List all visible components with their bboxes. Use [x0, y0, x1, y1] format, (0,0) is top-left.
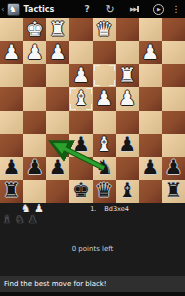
square-d3[interactable] [93, 64, 116, 87]
square-d7[interactable]: ♞ [93, 157, 116, 180]
square-e4[interactable]: ♝ [69, 87, 92, 110]
white-pawn: ♟ [49, 41, 67, 64]
app-title: Tactics [24, 5, 76, 14]
black-queen: ♛ [95, 179, 113, 202]
board-grid: ♚♜♛♟♟♟♟♟♜♝♟♟♟♝♟♟♟♟♞♟♟♜♚♛♝♜ [0, 18, 185, 203]
square-e5[interactable] [69, 111, 92, 134]
white-queen: ♛ [95, 18, 113, 41]
square-b5[interactable] [139, 111, 162, 134]
square-f3[interactable] [46, 64, 69, 87]
prompt-text: Find the best move for black! [0, 280, 107, 288]
lower-panel: ♞♟ ♝♞♟ 1. Bd3xe4 0 points left Find the … [0, 203, 185, 296]
square-b8[interactable] [139, 180, 162, 203]
white-rook: ♜ [118, 64, 136, 87]
white-pawn: ♟ [95, 87, 113, 110]
black-pawn: ♟ [26, 156, 44, 179]
play-icon[interactable]: ▶ [147, 0, 170, 18]
app-icon-piece: ♞ [9, 5, 17, 14]
square-d5[interactable] [93, 111, 116, 134]
last-move-corner-mark [86, 88, 92, 94]
square-g1[interactable]: ♚ [23, 18, 46, 41]
square-g7[interactable]: ♟ [23, 157, 46, 180]
last-move-corner-mark [70, 88, 76, 94]
square-a1[interactable] [162, 18, 185, 41]
move-number: 1. [90, 205, 96, 213]
square-f4[interactable] [46, 87, 69, 110]
captured-black-row: ♝♞♟ [2, 215, 44, 225]
square-a2[interactable] [162, 41, 185, 64]
overflow-menu-icon[interactable]: ⋮ [170, 0, 182, 18]
square-c5[interactable] [116, 111, 139, 134]
square-a5[interactable] [162, 111, 185, 134]
black-knight: ♞ [95, 156, 113, 179]
square-f6[interactable] [46, 134, 69, 157]
top-bar: ‹ ♞ Tactics ? ↻ ▶▶ ▶ ⋮ [0, 0, 185, 18]
square-a8[interactable]: ♜ [162, 180, 185, 203]
black-pawn: ♟ [164, 156, 182, 179]
square-e6[interactable]: ♟ [69, 134, 92, 157]
black-pawn: ♟ [3, 156, 21, 179]
captured-black-pawn-icon: ♟ [28, 215, 38, 225]
square-g6[interactable] [23, 134, 46, 157]
black-pawn: ♟ [49, 156, 67, 179]
square-f7[interactable]: ♟ [46, 157, 69, 180]
square-d4[interactable]: ♟ [93, 87, 116, 110]
points-left-label: 0 points left [0, 245, 185, 253]
white-pawn: ♟ [72, 64, 90, 87]
white-pawn: ♟ [118, 87, 136, 110]
last-move-corner-mark [109, 65, 115, 71]
square-b6[interactable] [139, 134, 162, 157]
square-c6[interactable]: ♟ [116, 134, 139, 157]
captured-black-bishop-icon: ♝ [2, 215, 12, 225]
square-h4[interactable] [0, 87, 23, 110]
square-e8[interactable]: ♚ [69, 180, 92, 203]
square-d8[interactable]: ♛ [93, 180, 116, 203]
square-b2[interactable]: ♟ [139, 41, 162, 64]
black-king: ♚ [72, 179, 90, 202]
black-pawn: ♟ [141, 156, 159, 179]
square-b3[interactable] [139, 64, 162, 87]
square-g8[interactable] [23, 180, 46, 203]
square-h2[interactable]: ♟ [0, 41, 23, 64]
chess-board: ♚♜♛♟♟♟♟♟♜♝♟♟♟♝♟♟♟♟♞♟♟♜♚♛♝♜ [0, 18, 185, 203]
square-h6[interactable] [0, 134, 23, 157]
square-e7[interactable] [69, 157, 92, 180]
square-e2[interactable] [69, 41, 92, 64]
status-bar: Find the best move for black! [0, 276, 185, 292]
move-list: 1. Bd3xe4 [0, 205, 185, 213]
white-king: ♚ [26, 18, 44, 41]
square-e3[interactable]: ♟ [69, 64, 92, 87]
bottom-strip [0, 292, 185, 296]
square-d2[interactable] [93, 41, 116, 64]
last-move-corner-mark [86, 104, 92, 110]
square-c8[interactable]: ♝ [116, 180, 139, 203]
app-icon: ♞ [7, 3, 20, 16]
skip-to-end-icon[interactable]: ▶▶ [122, 0, 147, 18]
square-h3[interactable] [0, 64, 23, 87]
square-f1[interactable]: ♜ [46, 18, 69, 41]
square-a6[interactable] [162, 134, 185, 157]
white-bishop: ♝ [95, 133, 113, 156]
square-c1[interactable] [116, 18, 139, 41]
white-pawn: ♟ [141, 41, 159, 64]
square-e1[interactable] [69, 18, 92, 41]
square-d6[interactable]: ♝ [93, 134, 116, 157]
white-pawn: ♟ [3, 41, 21, 64]
square-c2[interactable] [116, 41, 139, 64]
square-f5[interactable] [46, 111, 69, 134]
square-h8[interactable]: ♜ [0, 180, 23, 203]
black-bishop: ♝ [118, 179, 136, 202]
square-g2[interactable]: ♟ [23, 41, 46, 64]
black-rook: ♜ [164, 179, 182, 202]
square-g3[interactable] [23, 64, 46, 87]
square-f2[interactable]: ♟ [46, 41, 69, 64]
last-move-corner-mark [70, 104, 76, 110]
square-c7[interactable] [116, 157, 139, 180]
square-h1[interactable] [0, 18, 23, 41]
black-pawn: ♟ [72, 133, 90, 156]
last-move-corner-mark [94, 65, 100, 71]
captured-black-knight-icon: ♞ [15, 215, 25, 225]
black-rook: ♜ [3, 179, 21, 202]
square-c4[interactable]: ♟ [116, 87, 139, 110]
restart-icon[interactable]: ↻ [98, 0, 122, 18]
square-b7[interactable]: ♟ [139, 157, 162, 180]
white-rook: ♜ [49, 18, 67, 41]
help-icon[interactable]: ? [76, 0, 98, 18]
back-icon[interactable]: ‹ [1, 0, 5, 18]
toolbar-actions: ? ↻ ▶▶ ▶ ⋮ [76, 0, 182, 18]
square-g4[interactable] [23, 87, 46, 110]
square-a4[interactable] [162, 87, 185, 110]
square-b1[interactable] [139, 18, 162, 41]
square-a7[interactable]: ♟ [162, 157, 185, 180]
square-b4[interactable] [139, 87, 162, 110]
black-pawn: ♟ [118, 133, 136, 156]
square-a3[interactable] [162, 64, 185, 87]
square-d1[interactable]: ♛ [93, 18, 116, 41]
square-f8[interactable] [46, 180, 69, 203]
move-san: Bd3xe4 [104, 205, 129, 213]
white-pawn: ♟ [26, 41, 44, 64]
square-h5[interactable] [0, 111, 23, 134]
square-h7[interactable]: ♟ [0, 157, 23, 180]
square-g5[interactable] [23, 111, 46, 134]
square-c3[interactable]: ♜ [116, 64, 139, 87]
